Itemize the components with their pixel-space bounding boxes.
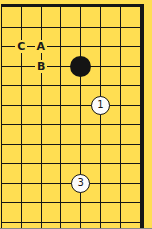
grid-cell bbox=[41, 163, 61, 183]
grid-cell bbox=[1, 163, 21, 183]
point-label-b: B bbox=[35, 60, 47, 73]
grid-cell bbox=[41, 105, 61, 125]
white-stone-1: 1 bbox=[91, 96, 110, 115]
grid-cell bbox=[1, 85, 21, 105]
grid-cell bbox=[120, 7, 140, 27]
grid-cell bbox=[21, 85, 41, 105]
grid-cell bbox=[21, 105, 41, 125]
grid-cell bbox=[21, 183, 41, 203]
grid-cell bbox=[41, 7, 61, 27]
grid-cell bbox=[21, 124, 41, 144]
grid-cell bbox=[60, 202, 80, 222]
grid-cell bbox=[41, 85, 61, 105]
grid-cell bbox=[120, 46, 140, 66]
grid-cell bbox=[41, 222, 61, 229]
grid-cell bbox=[21, 202, 41, 222]
grid-cell bbox=[1, 183, 21, 203]
grid-cell bbox=[120, 163, 140, 183]
grid-cell bbox=[100, 144, 120, 164]
grid-cell bbox=[100, 163, 120, 183]
grid-cell bbox=[100, 66, 120, 86]
grid-cell bbox=[60, 222, 80, 229]
point-label-c: C bbox=[15, 40, 27, 53]
grid-cell bbox=[60, 7, 80, 27]
grid-cell bbox=[21, 7, 41, 27]
grid-cell bbox=[120, 27, 140, 47]
grid-cell bbox=[120, 202, 140, 222]
grid-cell bbox=[1, 202, 21, 222]
grid-cell bbox=[21, 144, 41, 164]
grid-cell bbox=[41, 124, 61, 144]
go-board-grid bbox=[1, 4, 144, 228]
grid-cell bbox=[21, 222, 41, 229]
grid-cell bbox=[1, 222, 21, 229]
grid-cell bbox=[120, 85, 140, 105]
grid-cell bbox=[1, 66, 21, 86]
grid-cell bbox=[100, 222, 120, 229]
white-stone-3: 3 bbox=[71, 174, 90, 193]
grid-cell bbox=[60, 27, 80, 47]
black-stone bbox=[70, 56, 91, 77]
grid-cell bbox=[80, 27, 100, 47]
grid-cell bbox=[120, 183, 140, 203]
grid-cell bbox=[1, 124, 21, 144]
grid-cell bbox=[100, 7, 120, 27]
grid-cell bbox=[80, 124, 100, 144]
grid-cell bbox=[1, 144, 21, 164]
grid-cell bbox=[120, 144, 140, 164]
grid-cell bbox=[80, 222, 100, 229]
grid-cell bbox=[41, 183, 61, 203]
grid-cell bbox=[80, 7, 100, 27]
grid-cell bbox=[60, 124, 80, 144]
go-diagram: 13CAB bbox=[0, 0, 152, 228]
grid-cell bbox=[120, 124, 140, 144]
grid-cell bbox=[41, 202, 61, 222]
grid-cell bbox=[100, 202, 120, 222]
grid-cell bbox=[100, 183, 120, 203]
grid-cell bbox=[100, 124, 120, 144]
point-label-a: A bbox=[35, 40, 48, 53]
grid-cell bbox=[60, 105, 80, 125]
grid-cell bbox=[120, 66, 140, 86]
grid-cell bbox=[60, 85, 80, 105]
grid-cell bbox=[1, 7, 21, 27]
grid-cell bbox=[60, 144, 80, 164]
grid-cell bbox=[100, 27, 120, 47]
grid-cell bbox=[100, 46, 120, 66]
grid-cell bbox=[80, 202, 100, 222]
grid-cell bbox=[120, 222, 140, 229]
grid-cell bbox=[41, 144, 61, 164]
grid-cell bbox=[21, 163, 41, 183]
grid-cell bbox=[1, 105, 21, 125]
grid-cell bbox=[120, 105, 140, 125]
grid-cell bbox=[80, 144, 100, 164]
